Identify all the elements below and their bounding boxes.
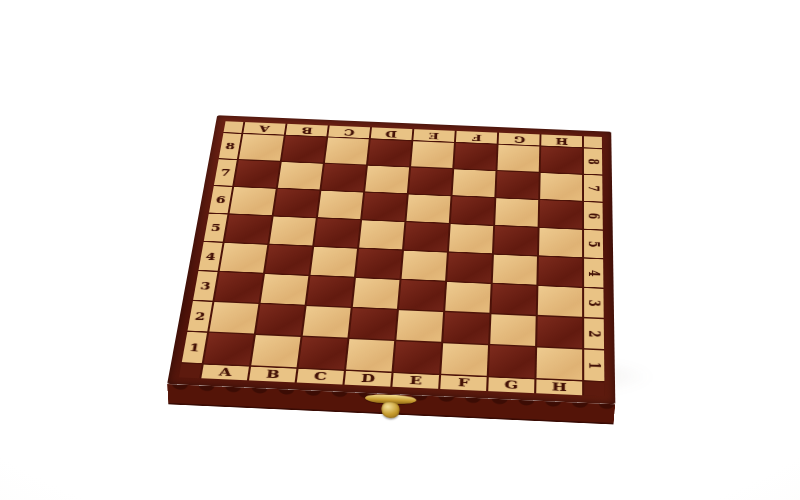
square-f5[interactable]: [449, 224, 493, 253]
square-g5[interactable]: [494, 226, 538, 255]
file-label-bottom-h: H: [536, 379, 582, 395]
board-corner: [584, 382, 604, 397]
square-d7[interactable]: [365, 166, 409, 194]
square-g6[interactable]: [495, 198, 538, 226]
rank-label-left-6: 6: [209, 186, 232, 213]
brass-clasp-icon: [361, 394, 421, 428]
rank-label-left-7: 7: [214, 159, 237, 185]
square-h8[interactable]: ♜: [541, 147, 582, 174]
rank-label-right-4: 4: [584, 259, 603, 288]
square-d4[interactable]: [356, 249, 402, 279]
file-label-bottom-b: B: [249, 367, 296, 383]
square-c5[interactable]: [314, 218, 360, 247]
rank-label-right-6: 6: [584, 202, 603, 229]
square-f7[interactable]: [453, 169, 496, 197]
square-b5[interactable]: [269, 217, 315, 246]
square-a4[interactable]: [220, 243, 268, 273]
square-b7[interactable]: [278, 162, 323, 189]
rank-label-left-5: 5: [204, 214, 228, 242]
file-label-bottom-g: G: [488, 377, 534, 393]
square-e6[interactable]: [406, 195, 450, 223]
square-g4[interactable]: [493, 255, 537, 285]
square-f4[interactable]: [447, 253, 492, 283]
perspective-scene: ABCDEFGH8♜♞♝♚♛♝♞♜877665544332♟21♜♞♝♚♛♝♞♜…: [189, 36, 618, 465]
rank-label-right-3: 3: [584, 288, 604, 318]
square-h7[interactable]: [540, 173, 582, 201]
square-e4[interactable]: [402, 251, 447, 281]
square-a6[interactable]: [230, 187, 276, 215]
file-label-bottom-a: A: [201, 365, 249, 381]
square-h5[interactable]: [539, 228, 582, 257]
square-h6[interactable]: [540, 200, 582, 228]
file-label-bottom-d: D: [345, 371, 392, 387]
square-b6[interactable]: [274, 189, 320, 217]
square-d5[interactable]: [359, 220, 404, 249]
square-d6[interactable]: [362, 193, 407, 221]
board-grid: ABCDEFGH8♜♞♝♚♛♝♞♜877665544332♟21♜♞♝♚♛♝♞♜…: [179, 121, 604, 396]
square-b4[interactable]: [265, 245, 312, 275]
square-e5[interactable]: [404, 222, 449, 251]
chess-board: ABCDEFGH8♜♞♝♚♛♝♞♜877665544332♟21♜♞♝♚♛♝♞♜…: [167, 115, 615, 404]
square-f6[interactable]: [451, 196, 495, 224]
square-h1[interactable]: ♜: [537, 347, 583, 380]
square-c7[interactable]: [321, 164, 365, 191]
square-a7[interactable]: [234, 160, 280, 187]
square-c6[interactable]: [318, 191, 363, 219]
rank-label-right-7: 7: [584, 175, 603, 202]
square-c4[interactable]: [311, 247, 357, 277]
square-g7[interactable]: [496, 171, 538, 199]
square-e7[interactable]: [409, 168, 452, 196]
rank-label-left-4: 4: [199, 242, 223, 271]
rank-label-right-5: 5: [584, 230, 603, 258]
file-label-bottom-c: C: [297, 369, 344, 385]
file-label-bottom-f: F: [440, 375, 486, 391]
file-label-bottom-e: E: [392, 373, 439, 389]
board-corner: [179, 364, 201, 379]
square-a5[interactable]: [225, 215, 272, 244]
photo-background: ABCDEFGH8♜♞♝♚♛♝♞♜877665544332♟21♜♞♝♚♛♝♞♜…: [0, 0, 800, 500]
clasp-pendant: [381, 402, 399, 419]
camera-tilt-wrapper: ABCDEFGH8♜♞♝♚♛♝♞♜877665544332♟21♜♞♝♚♛♝♞♜…: [0, 0, 800, 500]
square-h4[interactable]: [538, 257, 582, 287]
